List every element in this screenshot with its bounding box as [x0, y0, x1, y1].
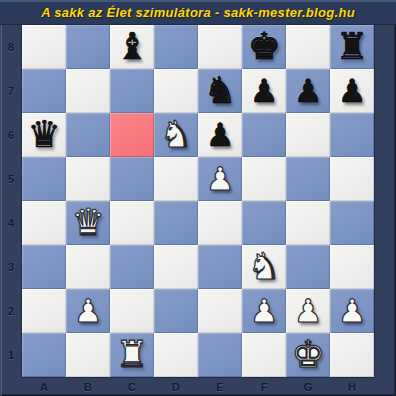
square-c7[interactable]: [110, 69, 154, 113]
square-d2[interactable]: [154, 289, 198, 333]
square-f3[interactable]: ♞: [242, 245, 286, 289]
square-h5[interactable]: [330, 157, 374, 201]
square-e5[interactable]: ♟: [198, 157, 242, 201]
square-g5[interactable]: [286, 157, 330, 201]
square-c4[interactable]: [110, 201, 154, 245]
black-pawn-e6: ♟: [206, 113, 235, 157]
page-title: A sakk az Élet szimulátora - sakk-mester…: [41, 5, 355, 20]
square-b7[interactable]: [66, 69, 110, 113]
white-queen-b4: ♛: [71, 201, 104, 245]
square-a3[interactable]: [22, 245, 66, 289]
square-b3[interactable]: [66, 245, 110, 289]
file-label-e: E: [198, 377, 242, 396]
square-g8[interactable]: [286, 25, 330, 69]
square-d1[interactable]: [154, 333, 198, 377]
square-e4[interactable]: [198, 201, 242, 245]
square-d7[interactable]: [154, 69, 198, 113]
square-c3[interactable]: [110, 245, 154, 289]
square-e6[interactable]: ♟: [198, 113, 242, 157]
rank-labels: 87654321: [0, 25, 22, 377]
square-b4[interactable]: ♛: [66, 201, 110, 245]
square-h8[interactable]: ♜: [330, 25, 374, 69]
square-e1[interactable]: [198, 333, 242, 377]
square-b2[interactable]: ♟: [66, 289, 110, 333]
square-h7[interactable]: ♟: [330, 69, 374, 113]
square-c2[interactable]: [110, 289, 154, 333]
square-b6[interactable]: [66, 113, 110, 157]
black-knight-e7: ♞: [203, 69, 236, 113]
square-g1[interactable]: ♚: [286, 333, 330, 377]
square-c1[interactable]: ♜: [110, 333, 154, 377]
square-e8[interactable]: [198, 25, 242, 69]
square-h3[interactable]: [330, 245, 374, 289]
white-knight-d6: ♞: [159, 113, 192, 157]
file-label-d: D: [154, 377, 198, 396]
white-king-g1: ♚: [291, 333, 324, 377]
square-d3[interactable]: [154, 245, 198, 289]
rank-label-5: 5: [0, 157, 22, 201]
square-a8[interactable]: [22, 25, 66, 69]
white-knight-f3: ♞: [247, 245, 280, 289]
file-label-f: F: [242, 377, 286, 396]
square-b1[interactable]: [66, 333, 110, 377]
square-a7[interactable]: [22, 69, 66, 113]
square-g4[interactable]: [286, 201, 330, 245]
file-label-c: C: [110, 377, 154, 396]
file-labels: ABCDEFGH: [22, 377, 374, 396]
square-h1[interactable]: [330, 333, 374, 377]
white-rook-c1: ♜: [115, 333, 148, 377]
square-a5[interactable]: [22, 157, 66, 201]
square-b8[interactable]: [66, 25, 110, 69]
square-f8[interactable]: ♚: [242, 25, 286, 69]
white-pawn-e5: ♟: [206, 157, 235, 201]
chess-board: ♝♚♜♞♟♟♟♛♞♟♟♛♞♟♟♟♟♜♚: [22, 25, 374, 377]
white-pawn-g2: ♟: [294, 289, 323, 333]
title-bar: A sakk az Élet szimulátora - sakk-mester…: [0, 0, 396, 25]
file-label-g: G: [286, 377, 330, 396]
square-h6[interactable]: [330, 113, 374, 157]
rank-label-1: 1: [0, 333, 22, 377]
chess-widget: A sakk az Élet szimulátora - sakk-mester…: [0, 0, 396, 396]
file-label-b: B: [66, 377, 110, 396]
black-queen-a6: ♛: [27, 113, 60, 157]
square-g7[interactable]: ♟: [286, 69, 330, 113]
square-d4[interactable]: [154, 201, 198, 245]
square-e3[interactable]: [198, 245, 242, 289]
white-pawn-f2: ♟: [250, 289, 279, 333]
rank-label-4: 4: [0, 201, 22, 245]
rank-label-6: 6: [0, 113, 22, 157]
rank-label-7: 7: [0, 69, 22, 113]
square-d5[interactable]: [154, 157, 198, 201]
file-label-h: H: [330, 377, 374, 396]
square-d6[interactable]: ♞: [154, 113, 198, 157]
black-king-f8: ♚: [247, 25, 280, 69]
white-pawn-h2: ♟: [338, 289, 367, 333]
square-g3[interactable]: [286, 245, 330, 289]
square-a4[interactable]: [22, 201, 66, 245]
black-bishop-c8: ♝: [115, 25, 148, 69]
square-e7[interactable]: ♞: [198, 69, 242, 113]
black-pawn-h7: ♟: [338, 69, 367, 113]
square-f5[interactable]: [242, 157, 286, 201]
square-f2[interactable]: ♟: [242, 289, 286, 333]
rank-label-2: 2: [0, 289, 22, 333]
square-f4[interactable]: [242, 201, 286, 245]
square-h2[interactable]: ♟: [330, 289, 374, 333]
square-f7[interactable]: ♟: [242, 69, 286, 113]
square-f6[interactable]: [242, 113, 286, 157]
white-pawn-b2: ♟: [74, 289, 103, 333]
square-a1[interactable]: [22, 333, 66, 377]
square-c5[interactable]: [110, 157, 154, 201]
square-d8[interactable]: [154, 25, 198, 69]
square-c8[interactable]: ♝: [110, 25, 154, 69]
black-pawn-g7: ♟: [294, 69, 323, 113]
black-pawn-f7: ♟: [250, 69, 279, 113]
square-c6[interactable]: [110, 113, 154, 157]
square-g6[interactable]: [286, 113, 330, 157]
square-b5[interactable]: [66, 157, 110, 201]
square-h4[interactable]: [330, 201, 374, 245]
file-label-a: A: [22, 377, 66, 396]
square-a6[interactable]: ♛: [22, 113, 66, 157]
square-a2[interactable]: [22, 289, 66, 333]
rank-label-8: 8: [0, 25, 22, 69]
black-rook-h8: ♜: [335, 25, 368, 69]
rank-label-3: 3: [0, 245, 22, 289]
square-e2[interactable]: [198, 289, 242, 333]
square-f1[interactable]: [242, 333, 286, 377]
square-g2[interactable]: ♟: [286, 289, 330, 333]
